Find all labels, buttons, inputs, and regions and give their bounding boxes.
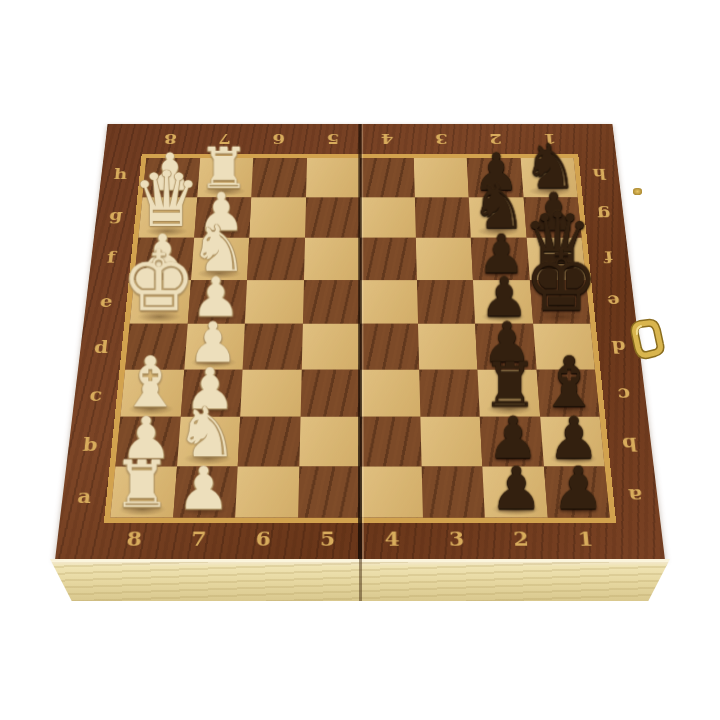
square-a6[interactable]	[235, 466, 299, 517]
square-f4[interactable]	[360, 238, 416, 280]
rank-label-top-1: 1	[521, 124, 578, 154]
square-e1[interactable]: ♚	[529, 280, 590, 324]
file-label-right-g: g	[582, 194, 625, 236]
fold-seam	[358, 124, 362, 560]
square-c6[interactable]	[240, 369, 301, 416]
file-label-right-f: f	[587, 236, 631, 279]
square-g3[interactable]	[414, 197, 470, 238]
rank-label-bottom-4: 4	[360, 518, 425, 560]
rank-label-bottom-5: 5	[295, 518, 360, 560]
square-a5[interactable]	[298, 466, 360, 517]
square-c3[interactable]	[419, 369, 480, 416]
piece-white-king[interactable]: ♚	[121, 240, 196, 323]
square-h4[interactable]	[360, 158, 414, 197]
square-b5[interactable]	[299, 417, 360, 466]
square-a1[interactable]: ♟	[543, 466, 609, 517]
square-a3[interactable]	[421, 466, 485, 517]
rank-label-top-6: 6	[251, 124, 306, 154]
square-h5[interactable]	[306, 158, 360, 197]
square-e3[interactable]	[416, 280, 475, 324]
square-a7[interactable]: ♟	[173, 466, 238, 517]
square-g6[interactable]	[249, 197, 305, 238]
square-d6[interactable]	[243, 324, 303, 370]
piece-black-pawn[interactable]: ♟	[490, 459, 543, 518]
product-photo-scene: 87654321 87654321 hgfedcba hgfedcba ♟♜♟♞…	[0, 0, 720, 720]
rank-labels-top: 87654321	[142, 124, 579, 154]
square-d4[interactable]	[360, 324, 419, 370]
square-f3[interactable]	[415, 238, 473, 280]
square-a4[interactable]	[360, 466, 422, 517]
piece-white-rook[interactable]: ♜	[112, 453, 170, 518]
front-fold-seam	[359, 559, 362, 601]
square-c4[interactable]	[360, 369, 420, 416]
rank-label-top-7: 7	[196, 124, 252, 154]
file-label-right-e: e	[591, 279, 636, 324]
file-label-right-h: h	[578, 154, 621, 194]
rank-label-bottom-2: 2	[488, 518, 555, 560]
square-h3[interactable]	[413, 158, 468, 197]
rank-label-top-2: 2	[468, 124, 524, 154]
square-f6[interactable]	[247, 238, 305, 280]
square-b3[interactable]	[420, 417, 482, 466]
square-a2[interactable]: ♟	[482, 466, 547, 517]
file-label-left-c: c	[72, 370, 119, 419]
rank-label-top-3: 3	[414, 124, 469, 154]
file-label-left-d: d	[78, 324, 124, 371]
square-e6[interactable]	[245, 280, 304, 324]
rank-label-bottom-6: 6	[230, 518, 296, 560]
square-g4[interactable]	[360, 197, 415, 238]
square-a8[interactable]: ♜	[110, 466, 176, 517]
chess-board: 87654321 87654321 hgfedcba hgfedcba ♟♜♟♞…	[55, 124, 665, 560]
file-label-right-a: a	[611, 470, 661, 523]
rank-label-top-8: 8	[142, 124, 199, 154]
square-h6[interactable]	[251, 158, 306, 197]
file-label-right-c: c	[601, 370, 648, 419]
square-d5[interactable]	[301, 324, 360, 370]
file-label-right-b: b	[606, 419, 655, 470]
square-c5[interactable]	[300, 369, 360, 416]
rank-label-bottom-8: 8	[100, 518, 168, 560]
square-b4[interactable]	[360, 417, 421, 466]
square-e5[interactable]	[302, 280, 360, 324]
file-label-left-a: a	[59, 470, 109, 523]
rank-label-bottom-7: 7	[165, 518, 232, 560]
square-e8[interactable]: ♚	[130, 280, 191, 324]
brass-hinge-pin-icon	[633, 188, 642, 195]
rank-label-bottom-1: 1	[552, 518, 620, 560]
square-g5[interactable]	[305, 197, 360, 238]
square-d3[interactable]	[418, 324, 478, 370]
rank-label-top-4: 4	[360, 124, 415, 154]
file-label-left-b: b	[66, 419, 115, 470]
piece-black-pawn[interactable]: ♟	[552, 459, 605, 518]
square-f5[interactable]	[304, 238, 360, 280]
box-front-face	[50, 559, 670, 601]
brass-clasp-icon	[630, 318, 674, 368]
rank-label-top-5: 5	[305, 124, 360, 154]
piece-white-pawn[interactable]: ♟	[177, 459, 230, 518]
rank-label-bottom-3: 3	[424, 518, 490, 560]
square-e4[interactable]	[360, 280, 418, 324]
square-b6[interactable]	[238, 417, 300, 466]
